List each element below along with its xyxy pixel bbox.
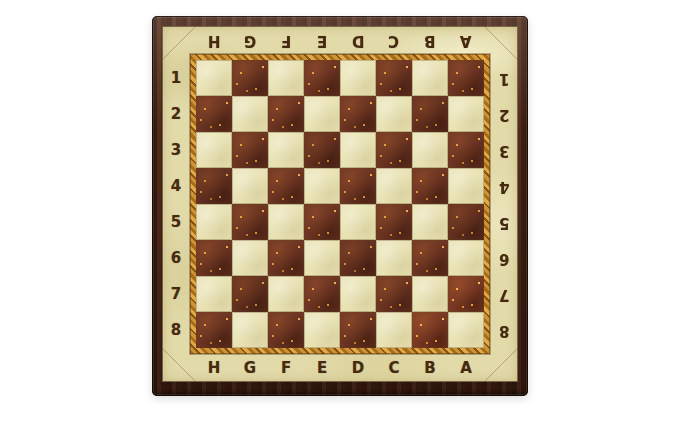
square-e2[interactable] [304, 96, 340, 132]
ranks-left-4: 5 [162, 204, 190, 240]
square-c7[interactable] [376, 276, 412, 312]
ranks-left-3: 4 [162, 168, 190, 204]
files-top-5: C [376, 26, 412, 54]
square-a3[interactable] [448, 132, 484, 168]
files-bottom-5: C [376, 354, 412, 382]
square-f8[interactable] [268, 312, 304, 348]
files-top-3: E [304, 26, 340, 54]
ranks-right-0: 1 [490, 60, 518, 96]
square-f7[interactable] [268, 276, 304, 312]
square-e5[interactable] [304, 204, 340, 240]
square-e1[interactable] [304, 60, 340, 96]
coordinate-label: 8 [499, 323, 509, 338]
coordinate-label: 1 [499, 71, 509, 86]
square-b1[interactable] [412, 60, 448, 96]
ranks-right-2: 3 [490, 132, 518, 168]
coordinate-label: G [244, 33, 256, 48]
product-photo: HGFEDCBA HGFEDCBA 12345678 12345678 [0, 0, 680, 425]
coordinate-label: E [317, 33, 327, 48]
coordinate-label: C [388, 361, 399, 376]
square-e6[interactable] [304, 240, 340, 276]
ranks-left-0: 1 [162, 60, 190, 96]
square-g4[interactable] [232, 168, 268, 204]
square-c1[interactable] [376, 60, 412, 96]
square-h3[interactable] [196, 132, 232, 168]
square-h7[interactable] [196, 276, 232, 312]
square-f4[interactable] [268, 168, 304, 204]
files-bottom-0: H [196, 354, 232, 382]
coordinate-label: D [352, 33, 364, 48]
square-c6[interactable] [376, 240, 412, 276]
coordinate-label: F [281, 361, 291, 376]
square-d3[interactable] [340, 132, 376, 168]
coordinate-label: B [424, 361, 435, 376]
ranks-left-5: 6 [162, 240, 190, 276]
square-c3[interactable] [376, 132, 412, 168]
coordinate-label: A [460, 361, 472, 376]
coordinate-label: 5 [171, 215, 181, 230]
coordinate-label: 3 [171, 143, 181, 158]
coordinate-border: HGFEDCBA HGFEDCBA 12345678 12345678 [162, 26, 518, 382]
square-g3[interactable] [232, 132, 268, 168]
coordinate-label: 2 [171, 107, 181, 122]
coordinate-label: B [424, 33, 435, 48]
ranks-right-4: 5 [490, 204, 518, 240]
files-top-7: A [448, 26, 484, 54]
coordinate-label: C [388, 33, 399, 48]
ranks-right-6: 7 [490, 276, 518, 312]
square-c5[interactable] [376, 204, 412, 240]
square-e4[interactable] [304, 168, 340, 204]
square-d6[interactable] [340, 240, 376, 276]
square-d8[interactable] [340, 312, 376, 348]
square-f6[interactable] [268, 240, 304, 276]
square-d7[interactable] [340, 276, 376, 312]
square-a7[interactable] [448, 276, 484, 312]
ranks-right-3: 4 [490, 168, 518, 204]
coordinate-label: 4 [499, 179, 509, 194]
square-a4[interactable] [448, 168, 484, 204]
square-c8[interactable] [376, 312, 412, 348]
file-labels-bottom: HGFEDCBA [196, 354, 484, 382]
coordinate-label: 7 [171, 287, 181, 302]
square-g2[interactable] [232, 96, 268, 132]
coordinate-label: H [208, 361, 221, 376]
files-bottom-2: F [268, 354, 304, 382]
square-d1[interactable] [340, 60, 376, 96]
square-g8[interactable] [232, 312, 268, 348]
coordinate-label: E [317, 361, 327, 376]
coordinate-label: G [244, 361, 256, 376]
square-a5[interactable] [448, 204, 484, 240]
coordinate-label: 3 [499, 143, 509, 158]
ranks-left-7: 8 [162, 312, 190, 348]
ranks-right-1: 2 [490, 96, 518, 132]
rank-labels-left: 12345678 [162, 60, 190, 348]
square-b7[interactable] [412, 276, 448, 312]
ranks-right-5: 6 [490, 240, 518, 276]
square-a1[interactable] [448, 60, 484, 96]
square-f2[interactable] [268, 96, 304, 132]
rank-labels-right: 12345678 [490, 60, 518, 348]
square-g1[interactable] [232, 60, 268, 96]
ranks-left-2: 3 [162, 132, 190, 168]
square-b4[interactable] [412, 168, 448, 204]
chessboard: HGFEDCBA HGFEDCBA 12345678 12345678 [152, 16, 528, 396]
file-labels-top: HGFEDCBA [196, 26, 484, 54]
square-h4[interactable] [196, 168, 232, 204]
coordinate-label: 6 [171, 251, 181, 266]
files-bottom-7: A [448, 354, 484, 382]
coordinate-label: A [460, 33, 472, 48]
square-f5[interactable] [268, 204, 304, 240]
square-b3[interactable] [412, 132, 448, 168]
files-top-6: B [412, 26, 448, 54]
files-bottom-6: B [412, 354, 448, 382]
ranks-left-6: 7 [162, 276, 190, 312]
files-bottom-3: E [304, 354, 340, 382]
square-d4[interactable] [340, 168, 376, 204]
square-h8[interactable] [196, 312, 232, 348]
files-bottom-1: G [232, 354, 268, 382]
square-a6[interactable] [448, 240, 484, 276]
playing-field [196, 60, 484, 348]
square-e7[interactable] [304, 276, 340, 312]
coordinate-label: 6 [499, 251, 509, 266]
square-e3[interactable] [304, 132, 340, 168]
square-b2[interactable] [412, 96, 448, 132]
wood-frame: HGFEDCBA HGFEDCBA 12345678 12345678 [152, 16, 528, 396]
amber-inlay-border [190, 54, 490, 354]
coordinate-label: F [281, 33, 291, 48]
square-b6[interactable] [412, 240, 448, 276]
files-top-1: G [232, 26, 268, 54]
coordinate-label: 7 [499, 287, 509, 302]
files-bottom-4: D [340, 354, 376, 382]
ranks-left-1: 2 [162, 96, 190, 132]
square-h6[interactable] [196, 240, 232, 276]
ranks-right-7: 8 [490, 312, 518, 348]
coordinate-label: 8 [171, 323, 181, 338]
coordinate-label: 2 [499, 107, 509, 122]
coordinate-label: 5 [499, 215, 509, 230]
square-h1[interactable] [196, 60, 232, 96]
square-c2[interactable] [376, 96, 412, 132]
files-top-2: F [268, 26, 304, 54]
square-d2[interactable] [340, 96, 376, 132]
coordinate-label: H [208, 33, 221, 48]
square-g7[interactable] [232, 276, 268, 312]
coordinate-label: D [352, 361, 364, 376]
square-b5[interactable] [412, 204, 448, 240]
coordinate-label: 1 [171, 71, 181, 86]
files-top-0: H [196, 26, 232, 54]
files-top-4: D [340, 26, 376, 54]
coordinate-label: 4 [171, 179, 181, 194]
square-d5[interactable] [340, 204, 376, 240]
square-h5[interactable] [196, 204, 232, 240]
square-f3[interactable] [268, 132, 304, 168]
square-b8[interactable] [412, 312, 448, 348]
square-f1[interactable] [268, 60, 304, 96]
square-h2[interactable] [196, 96, 232, 132]
square-g5[interactable] [232, 204, 268, 240]
square-e8[interactable] [304, 312, 340, 348]
square-a2[interactable] [448, 96, 484, 132]
square-c4[interactable] [376, 168, 412, 204]
square-a8[interactable] [448, 312, 484, 348]
square-g6[interactable] [232, 240, 268, 276]
